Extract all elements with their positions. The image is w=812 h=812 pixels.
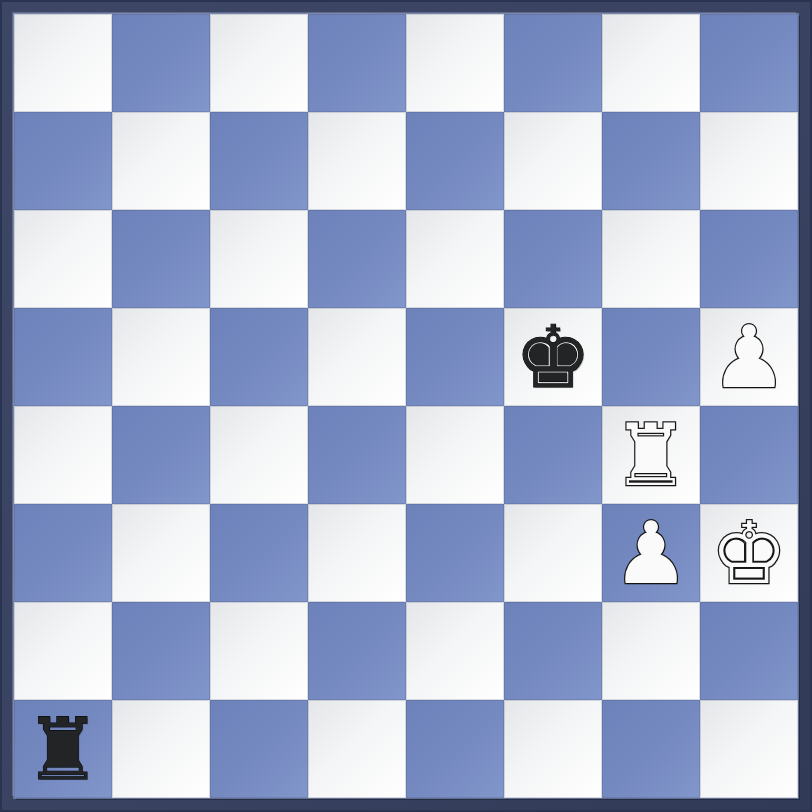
square-h6[interactable] [700,210,798,308]
square-f5[interactable]: ♚ [504,308,602,406]
square-d6[interactable] [308,210,406,308]
piece-white-king[interactable]: ♚ [700,504,798,602]
square-b2[interactable] [112,602,210,700]
piece-black-king[interactable]: ♚ [504,308,602,406]
square-g1[interactable] [602,700,700,798]
square-f8[interactable] [504,14,602,112]
square-e3[interactable] [406,504,504,602]
square-a3[interactable] [14,504,112,602]
square-h4[interactable] [700,406,798,504]
square-d2[interactable] [308,602,406,700]
square-e7[interactable] [406,112,504,210]
square-a1[interactable]: ♜ [14,700,112,798]
square-d4[interactable] [308,406,406,504]
square-e2[interactable] [406,602,504,700]
piece-white-pawn[interactable]: ♟ [602,504,700,602]
square-e4[interactable] [406,406,504,504]
square-c2[interactable] [210,602,308,700]
square-c4[interactable] [210,406,308,504]
square-c6[interactable] [210,210,308,308]
square-g7[interactable] [602,112,700,210]
square-d8[interactable] [308,14,406,112]
square-e6[interactable] [406,210,504,308]
square-b3[interactable] [112,504,210,602]
square-c1[interactable] [210,700,308,798]
square-f6[interactable] [504,210,602,308]
square-a6[interactable] [14,210,112,308]
square-b4[interactable] [112,406,210,504]
square-f1[interactable] [504,700,602,798]
piece-white-pawn[interactable]: ♟ [700,308,798,406]
square-d7[interactable] [308,112,406,210]
square-b5[interactable] [112,308,210,406]
square-e8[interactable] [406,14,504,112]
square-f7[interactable] [504,112,602,210]
square-c8[interactable] [210,14,308,112]
square-g3[interactable]: ♟ [602,504,700,602]
square-a2[interactable] [14,602,112,700]
square-h5[interactable]: ♟ [700,308,798,406]
square-c5[interactable] [210,308,308,406]
piece-black-rook[interactable]: ♜ [14,700,112,798]
square-a7[interactable] [14,112,112,210]
board-frame: ♚♟♜♟♚♜ [0,0,812,812]
square-g5[interactable] [602,308,700,406]
square-b6[interactable] [112,210,210,308]
square-b1[interactable] [112,700,210,798]
square-h3[interactable]: ♚ [700,504,798,602]
square-g4[interactable]: ♜ [602,406,700,504]
square-d3[interactable] [308,504,406,602]
square-f3[interactable] [504,504,602,602]
square-c3[interactable] [210,504,308,602]
square-b7[interactable] [112,112,210,210]
square-e1[interactable] [406,700,504,798]
chess-board: ♚♟♜♟♚♜ [14,14,798,798]
square-a5[interactable] [14,308,112,406]
square-f4[interactable] [504,406,602,504]
square-d1[interactable] [308,700,406,798]
square-h8[interactable] [700,14,798,112]
square-a4[interactable] [14,406,112,504]
square-b8[interactable] [112,14,210,112]
square-g6[interactable] [602,210,700,308]
square-c7[interactable] [210,112,308,210]
square-g2[interactable] [602,602,700,700]
square-h7[interactable] [700,112,798,210]
square-h2[interactable] [700,602,798,700]
piece-white-rook[interactable]: ♜ [602,406,700,504]
square-e5[interactable] [406,308,504,406]
square-f2[interactable] [504,602,602,700]
square-a8[interactable] [14,14,112,112]
square-d5[interactable] [308,308,406,406]
square-h1[interactable] [700,700,798,798]
square-g8[interactable] [602,14,700,112]
